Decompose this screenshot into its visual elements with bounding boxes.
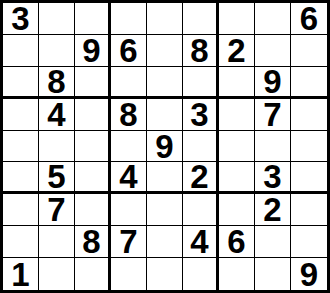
sudoku-cell-r9c6[interactable]: [183, 258, 219, 290]
sudoku-cell-r5c2[interactable]: [39, 131, 75, 163]
sudoku-cell-r5c9[interactable]: [291, 131, 327, 163]
sudoku-cell-r7c1[interactable]: [3, 194, 39, 226]
sudoku-cell-r5c1[interactable]: [3, 131, 39, 163]
sudoku-cell-r7c9[interactable]: [291, 194, 327, 226]
sudoku-cell-r5c3[interactable]: [75, 131, 111, 163]
sudoku-cell-r8c1[interactable]: [3, 226, 39, 258]
sudoku-cell-r3c9[interactable]: [291, 67, 327, 99]
sudoku-cell-r1c7[interactable]: [219, 3, 255, 35]
sudoku-cell-r9c5[interactable]: [147, 258, 183, 290]
sudoku-cell-r6c2[interactable]: 5: [39, 162, 75, 194]
sudoku-cell-r9c1[interactable]: 1: [3, 258, 39, 290]
sudoku-cell-r9c9[interactable]: 9: [291, 258, 327, 290]
sudoku-cell-r1c3[interactable]: [75, 3, 111, 35]
sudoku-cell-r6c1[interactable]: [3, 162, 39, 194]
sudoku-cell-r6c7[interactable]: [219, 162, 255, 194]
sudoku-cell-r4c7[interactable]: [219, 99, 255, 131]
sudoku-cell-r3c3[interactable]: [75, 67, 111, 99]
sudoku-cell-r5c8[interactable]: [255, 131, 291, 163]
sudoku-cell-r4c3[interactable]: [75, 99, 111, 131]
sudoku-cell-r8c4[interactable]: 7: [111, 226, 147, 258]
sudoku-cell-r1c4[interactable]: [111, 3, 147, 35]
sudoku-cell-r2c7[interactable]: 2: [219, 35, 255, 67]
sudoku-board: 3696828948379542372874619: [0, 0, 330, 293]
sudoku-cell-r3c1[interactable]: [3, 67, 39, 99]
sudoku-cell-r8c3[interactable]: 8: [75, 226, 111, 258]
sudoku-cell-r2c1[interactable]: [3, 35, 39, 67]
sudoku-cell-r7c2[interactable]: 7: [39, 194, 75, 226]
sudoku-cell-r8c6[interactable]: 4: [183, 226, 219, 258]
sudoku-cell-r8c8[interactable]: [255, 226, 291, 258]
sudoku-cell-r2c2[interactable]: [39, 35, 75, 67]
sudoku-cell-r3c4[interactable]: [111, 67, 147, 99]
sudoku-cell-r1c8[interactable]: [255, 3, 291, 35]
sudoku-cell-r4c5[interactable]: [147, 99, 183, 131]
sudoku-cell-r4c6[interactable]: 3: [183, 99, 219, 131]
sudoku-cell-r4c1[interactable]: [3, 99, 39, 131]
sudoku-cell-r2c5[interactable]: [147, 35, 183, 67]
sudoku-cell-r8c7[interactable]: 6: [219, 226, 255, 258]
sudoku-cell-r7c4[interactable]: [111, 194, 147, 226]
sudoku-cell-r2c8[interactable]: [255, 35, 291, 67]
sudoku-cell-r7c5[interactable]: [147, 194, 183, 226]
sudoku-cell-r2c4[interactable]: 6: [111, 35, 147, 67]
sudoku-cell-r6c6[interactable]: 2: [183, 162, 219, 194]
sudoku-cell-r7c6[interactable]: [183, 194, 219, 226]
sudoku-cell-r1c5[interactable]: [147, 3, 183, 35]
sudoku-cell-r2c3[interactable]: 9: [75, 35, 111, 67]
sudoku-cell-r6c3[interactable]: [75, 162, 111, 194]
sudoku-cell-r4c9[interactable]: [291, 99, 327, 131]
sudoku-cell-r4c8[interactable]: 7: [255, 99, 291, 131]
sudoku-cell-r8c2[interactable]: [39, 226, 75, 258]
sudoku-cell-r1c1[interactable]: 3: [3, 3, 39, 35]
sudoku-cell-r7c8[interactable]: 2: [255, 194, 291, 226]
sudoku-cell-r5c5[interactable]: 9: [147, 131, 183, 163]
sudoku-cell-r7c7[interactable]: [219, 194, 255, 226]
sudoku-cell-r4c2[interactable]: 4: [39, 99, 75, 131]
sudoku-cell-r7c3[interactable]: [75, 194, 111, 226]
sudoku-cell-r9c4[interactable]: [111, 258, 147, 290]
sudoku-cell-r1c2[interactable]: [39, 3, 75, 35]
sudoku-cell-r1c6[interactable]: [183, 3, 219, 35]
sudoku-cell-r3c5[interactable]: [147, 67, 183, 99]
sudoku-cell-r9c2[interactable]: [39, 258, 75, 290]
sudoku-cell-r5c7[interactable]: [219, 131, 255, 163]
sudoku-cell-r6c5[interactable]: [147, 162, 183, 194]
sudoku-cell-r4c4[interactable]: 8: [111, 99, 147, 131]
sudoku-cell-r6c8[interactable]: 3: [255, 162, 291, 194]
sudoku-cell-r3c2[interactable]: 8: [39, 67, 75, 99]
sudoku-cell-r3c8[interactable]: 9: [255, 67, 291, 99]
sudoku-cell-r6c9[interactable]: [291, 162, 327, 194]
sudoku-cell-r5c4[interactable]: [111, 131, 147, 163]
sudoku-cell-r3c7[interactable]: [219, 67, 255, 99]
sudoku-cell-r9c7[interactable]: [219, 258, 255, 290]
sudoku-cell-r2c9[interactable]: [291, 35, 327, 67]
sudoku-cell-r9c3[interactable]: [75, 258, 111, 290]
sudoku-cell-r8c5[interactable]: [147, 226, 183, 258]
sudoku-cell-r8c9[interactable]: [291, 226, 327, 258]
sudoku-cell-r3c6[interactable]: [183, 67, 219, 99]
sudoku-cell-r6c4[interactable]: 4: [111, 162, 147, 194]
sudoku-cell-r5c6[interactable]: [183, 131, 219, 163]
sudoku-cell-r2c6[interactable]: 8: [183, 35, 219, 67]
sudoku-cell-r1c9[interactable]: 6: [291, 3, 327, 35]
sudoku-cell-r9c8[interactable]: [255, 258, 291, 290]
